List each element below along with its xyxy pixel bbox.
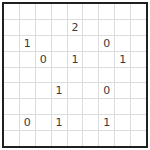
empty-cell[interactable] bbox=[36, 99, 51, 114]
empty-cell[interactable] bbox=[4, 4, 19, 19]
clue-cell: 1 bbox=[68, 52, 83, 67]
empty-cell[interactable] bbox=[52, 99, 67, 114]
empty-cell[interactable] bbox=[36, 4, 51, 19]
empty-cell[interactable] bbox=[68, 131, 83, 146]
empty-cell[interactable] bbox=[4, 131, 19, 146]
empty-cell[interactable] bbox=[36, 131, 51, 146]
empty-cell[interactable] bbox=[20, 131, 35, 146]
empty-cell[interactable] bbox=[36, 20, 51, 35]
clue-cell: 1 bbox=[52, 83, 67, 98]
empty-cell[interactable] bbox=[83, 99, 98, 114]
empty-cell[interactable] bbox=[131, 68, 146, 83]
empty-cell[interactable] bbox=[115, 83, 130, 98]
empty-cell[interactable] bbox=[99, 99, 114, 114]
empty-cell[interactable] bbox=[20, 20, 35, 35]
empty-cell[interactable] bbox=[131, 83, 146, 98]
empty-cell[interactable] bbox=[131, 4, 146, 19]
empty-cell[interactable] bbox=[20, 52, 35, 67]
empty-cell[interactable] bbox=[4, 20, 19, 35]
empty-cell[interactable] bbox=[68, 4, 83, 19]
empty-cell[interactable] bbox=[115, 20, 130, 35]
clue-cell: 2 bbox=[68, 20, 83, 35]
puzzle-board: 21001110011 bbox=[2, 2, 148, 148]
empty-cell[interactable] bbox=[115, 131, 130, 146]
empty-cell[interactable] bbox=[68, 68, 83, 83]
empty-cell[interactable] bbox=[83, 20, 98, 35]
empty-cell[interactable] bbox=[99, 4, 114, 19]
empty-cell[interactable] bbox=[4, 68, 19, 83]
clue-cell: 1 bbox=[115, 52, 130, 67]
empty-cell[interactable] bbox=[83, 83, 98, 98]
empty-cell[interactable] bbox=[131, 52, 146, 67]
empty-cell[interactable] bbox=[115, 115, 130, 130]
empty-cell[interactable] bbox=[115, 4, 130, 19]
empty-cell[interactable] bbox=[115, 68, 130, 83]
empty-cell[interactable] bbox=[68, 83, 83, 98]
empty-cell[interactable] bbox=[36, 83, 51, 98]
empty-cell[interactable] bbox=[52, 131, 67, 146]
empty-cell[interactable] bbox=[83, 4, 98, 19]
empty-cell[interactable] bbox=[52, 20, 67, 35]
empty-cell[interactable] bbox=[68, 99, 83, 114]
empty-cell[interactable] bbox=[20, 83, 35, 98]
empty-cell[interactable] bbox=[52, 4, 67, 19]
clue-cell: 0 bbox=[99, 36, 114, 51]
empty-cell[interactable] bbox=[20, 99, 35, 114]
empty-cell[interactable] bbox=[131, 131, 146, 146]
empty-cell[interactable] bbox=[99, 20, 114, 35]
clue-cell: 1 bbox=[52, 115, 67, 130]
empty-cell[interactable] bbox=[52, 52, 67, 67]
empty-cell[interactable] bbox=[83, 36, 98, 51]
empty-cell[interactable] bbox=[131, 115, 146, 130]
empty-cell[interactable] bbox=[4, 99, 19, 114]
empty-cell[interactable] bbox=[99, 52, 114, 67]
clue-cell: 0 bbox=[99, 83, 114, 98]
clue-cell: 0 bbox=[36, 52, 51, 67]
empty-cell[interactable] bbox=[4, 115, 19, 130]
empty-cell[interactable] bbox=[131, 99, 146, 114]
empty-cell[interactable] bbox=[131, 36, 146, 51]
empty-cell[interactable] bbox=[115, 36, 130, 51]
empty-cell[interactable] bbox=[36, 68, 51, 83]
empty-cell[interactable] bbox=[99, 131, 114, 146]
empty-cell[interactable] bbox=[83, 52, 98, 67]
empty-cell[interactable] bbox=[115, 99, 130, 114]
clue-cell: 0 bbox=[20, 115, 35, 130]
empty-cell[interactable] bbox=[20, 68, 35, 83]
empty-cell[interactable] bbox=[36, 36, 51, 51]
empty-cell[interactable] bbox=[68, 115, 83, 130]
empty-cell[interactable] bbox=[20, 4, 35, 19]
clue-cell: 1 bbox=[99, 115, 114, 130]
empty-cell[interactable] bbox=[4, 83, 19, 98]
empty-cell[interactable] bbox=[83, 115, 98, 130]
empty-cell[interactable] bbox=[52, 68, 67, 83]
empty-cell[interactable] bbox=[52, 36, 67, 51]
empty-cell[interactable] bbox=[83, 131, 98, 146]
empty-cell[interactable] bbox=[36, 115, 51, 130]
empty-cell[interactable] bbox=[68, 36, 83, 51]
clue-cell: 1 bbox=[20, 36, 35, 51]
empty-cell[interactable] bbox=[4, 52, 19, 67]
empty-cell[interactable] bbox=[4, 36, 19, 51]
empty-cell[interactable] bbox=[99, 68, 114, 83]
empty-cell[interactable] bbox=[131, 20, 146, 35]
empty-cell[interactable] bbox=[83, 68, 98, 83]
